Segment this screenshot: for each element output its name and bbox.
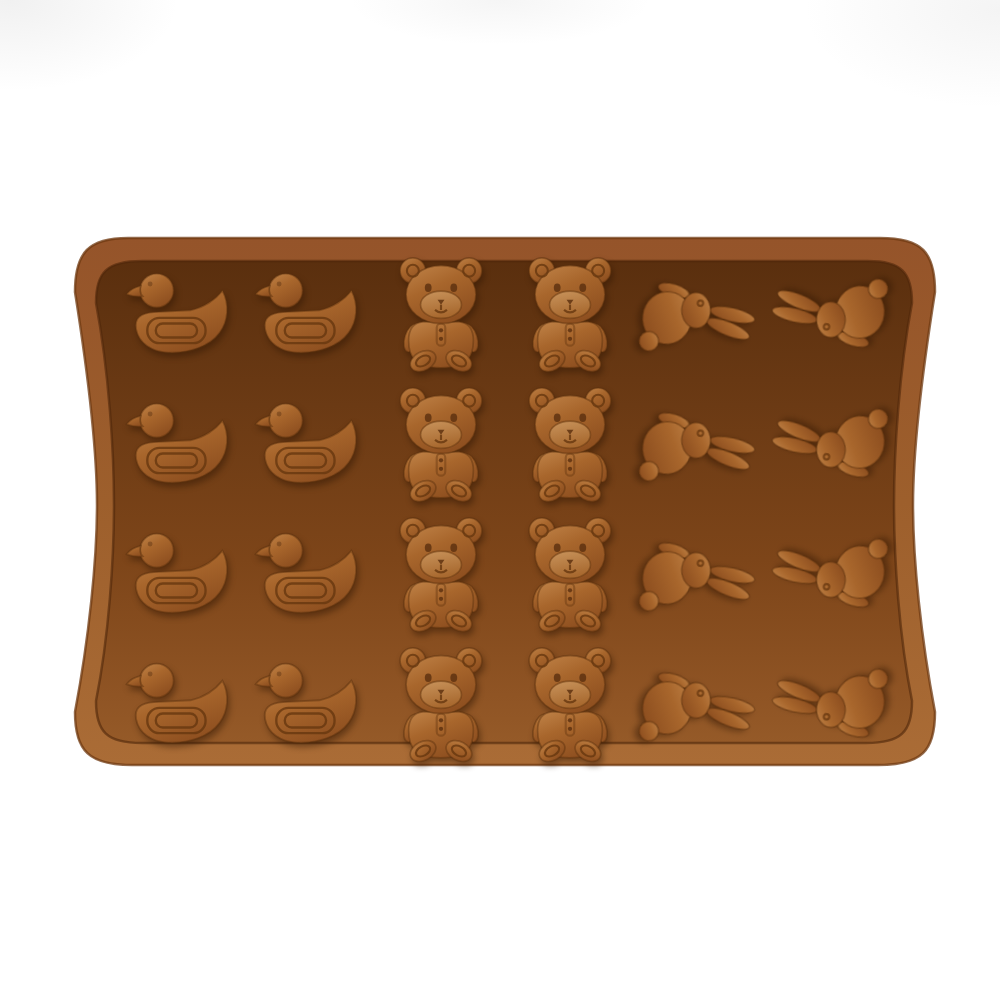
rabbit-icon — [761, 654, 895, 756]
mold-cavity-rabbit-ne — [634, 380, 763, 510]
mold-cavity-duck — [118, 250, 247, 380]
mold-cavity-rabbit-sw — [763, 250, 892, 380]
duck-icon — [250, 656, 374, 754]
mold-cavity-rabbit-ne — [634, 510, 763, 640]
bear-icon — [518, 640, 622, 770]
bear-icon — [518, 380, 622, 510]
duck-icon — [121, 526, 245, 624]
bear-icon — [518, 510, 622, 640]
mold-cavity-bear — [505, 380, 634, 510]
mold-cavity-bear — [376, 250, 505, 380]
bear-icon — [518, 250, 622, 380]
mold-cavity-duck — [247, 510, 376, 640]
duck-icon — [250, 266, 374, 364]
rabbit-icon — [761, 394, 895, 496]
mold-cavity-bear — [505, 640, 634, 770]
bear-icon — [389, 510, 493, 640]
rabbit-icon — [632, 524, 766, 626]
duck-icon — [250, 526, 374, 624]
mold-cavity-rabbit-ne — [634, 250, 763, 380]
mold-cavity-rabbit-sw — [763, 510, 892, 640]
bear-icon — [389, 380, 493, 510]
bear-icon — [389, 250, 493, 380]
rabbit-icon — [761, 264, 895, 366]
mold-cavity-rabbit-sw — [763, 640, 892, 770]
mold-grid — [118, 250, 892, 742]
rabbit-icon — [632, 264, 766, 366]
mold-cavity-bear — [505, 510, 634, 640]
duck-icon — [121, 266, 245, 364]
mold-cavity-duck — [118, 510, 247, 640]
mold-cavity-duck — [247, 640, 376, 770]
mold-cavity-duck — [247, 250, 376, 380]
mold-cavity-bear — [376, 640, 505, 770]
mold-cavity-bear — [376, 380, 505, 510]
duck-icon — [121, 396, 245, 494]
duck-icon — [250, 396, 374, 494]
rabbit-icon — [632, 654, 766, 756]
mold-cavity-duck — [118, 640, 247, 770]
rabbit-icon — [761, 524, 895, 626]
bear-icon — [389, 640, 493, 770]
duck-icon — [121, 656, 245, 754]
mold-cavity-duck — [247, 380, 376, 510]
mold-cavity-bear — [505, 250, 634, 380]
mold-cavity-rabbit-sw — [763, 380, 892, 510]
product-photo-scene — [0, 0, 1000, 1000]
mold-cavity-rabbit-ne — [634, 640, 763, 770]
mold-cavity-duck — [118, 380, 247, 510]
rabbit-icon — [632, 394, 766, 496]
mold-cavity-bear — [376, 510, 505, 640]
